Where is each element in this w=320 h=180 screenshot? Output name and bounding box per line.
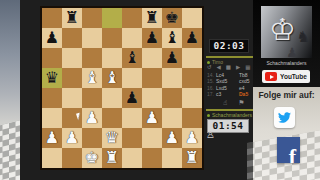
square-f1[interactable] <box>142 148 162 168</box>
white-r-piece: ♜ <box>102 148 122 168</box>
nav-icon[interactable]: ↺ <box>207 64 212 70</box>
nav-icon[interactable]: ◀ <box>217 64 221 70</box>
square-e2[interactable] <box>122 128 142 148</box>
square-e3[interactable] <box>122 108 142 128</box>
square-g6[interactable]: ♟ <box>162 48 182 68</box>
square-g2[interactable]: ♟ <box>162 128 182 148</box>
black-r-piece: ♜ <box>142 8 162 28</box>
chess-knight-photo-glyph: ♞ <box>297 28 310 46</box>
video-frame: ♜♜♚♟♟♝♟♝♟♛♝♝♟♟♟♟♟♛♟♟♚♜♜ 02:03 #10 Timo ↺… <box>0 0 320 180</box>
square-f8[interactable]: ♜ <box>142 8 162 28</box>
square-c5[interactable]: ♝ <box>82 68 102 88</box>
nav-icon[interactable]: ▦ <box>245 64 250 70</box>
twitter-bird-icon <box>278 111 291 124</box>
square-f6[interactable] <box>142 48 162 68</box>
square-f4[interactable] <box>142 88 162 108</box>
square-e7[interactable] <box>122 28 142 48</box>
square-h8[interactable] <box>182 8 202 28</box>
white-p-piece: ♟ <box>182 128 202 148</box>
action-icon[interactable]: ☝ <box>223 99 227 107</box>
square-c8[interactable] <box>82 8 102 28</box>
chess-king-photo-glyph: ♔ <box>269 12 296 47</box>
player-name-row: Schachmalanders <box>207 112 252 118</box>
square-h1[interactable]: ♜ <box>182 148 202 168</box>
chess-board-frame: ♜♜♚♟♟♝♟♝♟♛♝♝♟♟♟♟♟♛♟♟♚♜♜ <box>40 6 204 170</box>
square-a5[interactable]: ♛ <box>42 68 62 88</box>
square-h7[interactable]: ♟ <box>182 28 202 48</box>
square-b5[interactable] <box>62 68 82 88</box>
square-g1[interactable] <box>162 148 182 168</box>
square-a2[interactable]: ♟ <box>42 128 62 148</box>
square-e5[interactable] <box>122 68 142 88</box>
black-b-piece: ♝ <box>122 48 142 68</box>
square-b6[interactable] <box>62 48 82 68</box>
square-b4[interactable] <box>62 88 82 108</box>
square-h5[interactable] <box>182 68 202 88</box>
youtube-play-icon <box>265 72 277 81</box>
square-d8[interactable] <box>102 8 122 28</box>
white-p-piece: ♟ <box>82 108 102 128</box>
square-e1[interactable] <box>122 148 142 168</box>
sidebar-dark-block: ♔ ♞ ♟ Schachmalanders YouTube <box>253 0 320 87</box>
black-q-piece: ♛ <box>42 68 62 88</box>
black-p-piece: ♟ <box>162 48 182 68</box>
channel-name: Schachmalanders <box>253 60 320 66</box>
square-c2[interactable] <box>82 128 102 148</box>
chess-board[interactable]: ♜♜♚♟♟♝♟♝♟♛♝♝♟♟♟♟♟♛♟♟♚♜♜ <box>42 8 202 168</box>
square-f7[interactable]: ♟ <box>142 28 162 48</box>
channel-sidebar: ♔ ♞ ♟ Schachmalanders YouTube Folge mir … <box>253 0 320 180</box>
white-p-piece: ♟ <box>142 108 162 128</box>
square-h6[interactable] <box>182 48 202 68</box>
black-p-piece: ♟ <box>42 28 62 48</box>
square-d3[interactable] <box>102 108 122 128</box>
square-d5[interactable]: ♝ <box>102 68 122 88</box>
nav-icon[interactable]: ▶ <box>236 64 240 70</box>
square-f3[interactable]: ♟ <box>142 108 162 128</box>
nav-icon[interactable]: ■ <box>226 64 231 70</box>
square-c6[interactable] <box>82 48 102 68</box>
white-q-piece: ♛ <box>102 128 122 148</box>
square-d1[interactable]: ♜ <box>102 148 122 168</box>
square-c7[interactable] <box>82 28 102 48</box>
square-a6[interactable] <box>42 48 62 68</box>
opponent-clock: 02:03 <box>209 39 249 53</box>
square-c4[interactable] <box>82 88 102 108</box>
square-b1[interactable] <box>62 148 82 168</box>
square-c1[interactable]: ♚ <box>82 148 102 168</box>
square-d4[interactable] <box>102 88 122 108</box>
online-status-dot <box>207 114 210 117</box>
background-photo-left <box>0 0 22 180</box>
square-a3[interactable] <box>42 108 62 128</box>
player-name: Schachmalanders <box>212 112 252 118</box>
square-f5[interactable] <box>142 68 162 88</box>
square-h4[interactable] <box>182 88 202 108</box>
youtube-label: YouTube <box>280 73 307 80</box>
black-p-piece: ♟ <box>122 88 142 108</box>
white-p-piece: ♟ <box>62 128 82 148</box>
square-g8[interactable]: ♚ <box>162 8 182 28</box>
game-area: ♜♜♚♟♟♝♟♝♟♛♝♝♟♟♟♟♟♛♟♟♚♜♜ 02:03 #10 Timo ↺… <box>20 0 253 180</box>
square-a8[interactable] <box>42 8 62 28</box>
black-b-piece: ♝ <box>162 28 182 48</box>
square-a4[interactable] <box>42 88 62 108</box>
white-p-piece: ♟ <box>162 128 182 148</box>
black-p-piece: ♟ <box>142 28 162 48</box>
white-to-move-pawn-icon: ♙ <box>206 129 215 140</box>
square-g3[interactable] <box>162 108 182 128</box>
square-f2[interactable] <box>142 128 162 148</box>
square-a1[interactable] <box>42 148 62 168</box>
square-e4[interactable]: ♟ <box>122 88 142 108</box>
follow-me-text: Folge mir auf: <box>253 90 320 100</box>
square-b2[interactable]: ♟ <box>62 128 82 148</box>
square-b7[interactable] <box>62 28 82 48</box>
move-number: 17. <box>207 91 216 97</box>
sidebar-light-block: Folge mir auf: f <box>253 87 320 180</box>
white-b-piece: ♝ <box>82 68 102 88</box>
facebook-f-glyph: f <box>289 144 296 163</box>
black-r-piece: ♜ <box>62 8 82 28</box>
square-g7[interactable]: ♝ <box>162 28 182 48</box>
chess-pawn-photo-glyph: ♟ <box>286 45 298 58</box>
facebook-icon[interactable]: f <box>277 137 300 163</box>
black-p-piece: ♟ <box>182 28 202 48</box>
square-d6[interactable] <box>102 48 122 68</box>
square-a7[interactable]: ♟ <box>42 28 62 48</box>
square-e6[interactable]: ♝ <box>122 48 142 68</box>
game-action-buttons[interactable]: ☝⚑ <box>223 99 245 107</box>
square-b8[interactable]: ♜ <box>62 8 82 28</box>
twitter-icon[interactable] <box>274 107 295 128</box>
square-d2[interactable]: ♛ <box>102 128 122 148</box>
white-r-piece: ♜ <box>182 148 202 168</box>
black-k-piece: ♚ <box>162 8 182 28</box>
square-h2[interactable]: ♟ <box>182 128 202 148</box>
channel-photo: ♔ ♞ ♟ <box>261 6 312 58</box>
white-b-piece: ♝ <box>102 68 122 88</box>
white-k-piece: ♚ <box>82 148 102 168</box>
square-h3[interactable] <box>182 108 202 128</box>
youtube-button[interactable]: YouTube <box>262 70 310 83</box>
square-g5[interactable] <box>162 68 182 88</box>
square-g4[interactable] <box>162 88 182 108</box>
square-c3[interactable]: ♟ <box>82 108 102 128</box>
move[interactable]: c3 <box>216 91 239 97</box>
square-d7[interactable] <box>102 28 122 48</box>
white-p-piece: ♟ <box>42 128 62 148</box>
action-icon[interactable]: ⚑ <box>238 99 244 107</box>
square-e8[interactable] <box>122 8 142 28</box>
